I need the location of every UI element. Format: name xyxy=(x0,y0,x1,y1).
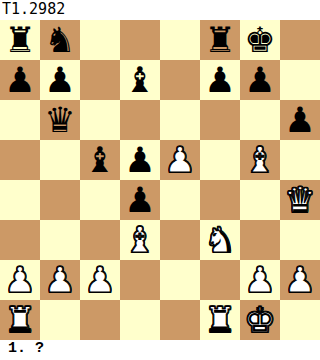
square-a2[interactable]: ♟ xyxy=(0,260,40,300)
square-g5[interactable]: ♝ xyxy=(240,140,280,180)
chess-board: ♜♞♜♚♟♟♝♟♟♛♟♝♟♟♝♟♛♝♞♟♟♟♟♟♜♜♚ xyxy=(0,20,320,340)
piece-white-pawn: ♟ xyxy=(44,260,75,300)
piece-white-knight: ♞ xyxy=(204,220,235,260)
square-f5[interactable] xyxy=(200,140,240,180)
square-g4[interactable] xyxy=(240,180,280,220)
square-h3[interactable] xyxy=(280,220,320,260)
square-e5[interactable]: ♟ xyxy=(160,140,200,180)
piece-black-king: ♚ xyxy=(244,20,275,60)
square-e7[interactable] xyxy=(160,60,200,100)
square-g2[interactable]: ♟ xyxy=(240,260,280,300)
piece-black-bishop: ♝ xyxy=(124,60,155,100)
square-h8[interactable] xyxy=(280,20,320,60)
piece-white-pawn: ♟ xyxy=(4,260,35,300)
square-a8[interactable]: ♜ xyxy=(0,20,40,60)
square-g3[interactable] xyxy=(240,220,280,260)
square-f6[interactable] xyxy=(200,100,240,140)
square-d4[interactable]: ♟ xyxy=(120,180,160,220)
square-f2[interactable] xyxy=(200,260,240,300)
piece-black-pawn: ♟ xyxy=(244,60,275,100)
piece-white-pawn: ♟ xyxy=(284,260,315,300)
square-h1[interactable] xyxy=(280,300,320,340)
puzzle-id-label: T1.2982 xyxy=(0,0,320,20)
square-d8[interactable] xyxy=(120,20,160,60)
piece-white-king: ♚ xyxy=(244,300,275,340)
square-a1[interactable]: ♜ xyxy=(0,300,40,340)
square-d7[interactable]: ♝ xyxy=(120,60,160,100)
piece-white-bishop: ♝ xyxy=(124,220,155,260)
square-e4[interactable] xyxy=(160,180,200,220)
square-e1[interactable] xyxy=(160,300,200,340)
square-a6[interactable] xyxy=(0,100,40,140)
square-f4[interactable] xyxy=(200,180,240,220)
square-c8[interactable] xyxy=(80,20,120,60)
piece-black-rook: ♜ xyxy=(204,20,235,60)
square-b6[interactable]: ♛ xyxy=(40,100,80,140)
chess-puzzle-app: T1.2982 ♜♞♜♚♟♟♝♟♟♛♟♝♟♟♝♟♛♝♞♟♟♟♟♟♜♜♚ 1. ? xyxy=(0,0,320,360)
square-e8[interactable] xyxy=(160,20,200,60)
square-h7[interactable] xyxy=(280,60,320,100)
square-e3[interactable] xyxy=(160,220,200,260)
square-d3[interactable]: ♝ xyxy=(120,220,160,260)
piece-black-pawn: ♟ xyxy=(4,60,35,100)
piece-white-rook: ♜ xyxy=(204,300,235,340)
square-f3[interactable]: ♞ xyxy=(200,220,240,260)
piece-black-pawn: ♟ xyxy=(284,100,315,140)
square-c4[interactable] xyxy=(80,180,120,220)
square-b5[interactable] xyxy=(40,140,80,180)
square-f7[interactable]: ♟ xyxy=(200,60,240,100)
square-d6[interactable] xyxy=(120,100,160,140)
piece-black-pawn: ♟ xyxy=(204,60,235,100)
square-c3[interactable] xyxy=(80,220,120,260)
piece-white-pawn: ♟ xyxy=(244,260,275,300)
piece-white-pawn: ♟ xyxy=(84,260,115,300)
square-f8[interactable]: ♜ xyxy=(200,20,240,60)
piece-black-pawn: ♟ xyxy=(44,60,75,100)
piece-white-queen: ♛ xyxy=(284,180,315,220)
square-b3[interactable] xyxy=(40,220,80,260)
square-h4[interactable]: ♛ xyxy=(280,180,320,220)
square-g8[interactable]: ♚ xyxy=(240,20,280,60)
square-b1[interactable] xyxy=(40,300,80,340)
square-d5[interactable]: ♟ xyxy=(120,140,160,180)
square-b8[interactable]: ♞ xyxy=(40,20,80,60)
square-c6[interactable] xyxy=(80,100,120,140)
square-g6[interactable] xyxy=(240,100,280,140)
square-e2[interactable] xyxy=(160,260,200,300)
piece-black-pawn: ♟ xyxy=(124,180,155,220)
square-a5[interactable] xyxy=(0,140,40,180)
square-b7[interactable]: ♟ xyxy=(40,60,80,100)
square-a3[interactable] xyxy=(0,220,40,260)
square-d2[interactable] xyxy=(120,260,160,300)
square-c2[interactable]: ♟ xyxy=(80,260,120,300)
piece-white-rook: ♜ xyxy=(4,300,35,340)
piece-black-bishop: ♝ xyxy=(84,140,115,180)
square-g7[interactable]: ♟ xyxy=(240,60,280,100)
piece-black-queen: ♛ xyxy=(44,100,75,140)
square-h5[interactable] xyxy=(280,140,320,180)
square-a7[interactable]: ♟ xyxy=(0,60,40,100)
square-a4[interactable] xyxy=(0,180,40,220)
square-f1[interactable]: ♜ xyxy=(200,300,240,340)
piece-black-knight: ♞ xyxy=(44,20,75,60)
piece-white-bishop: ♝ xyxy=(244,140,275,180)
square-c5[interactable]: ♝ xyxy=(80,140,120,180)
square-g1[interactable]: ♚ xyxy=(240,300,280,340)
square-e6[interactable] xyxy=(160,100,200,140)
piece-black-rook: ♜ xyxy=(4,20,35,60)
square-h6[interactable]: ♟ xyxy=(280,100,320,140)
piece-white-pawn: ♟ xyxy=(164,140,195,180)
square-c1[interactable] xyxy=(80,300,120,340)
piece-black-pawn: ♟ xyxy=(124,140,155,180)
move-prompt: 1. ? xyxy=(0,340,320,360)
square-c7[interactable] xyxy=(80,60,120,100)
square-h2[interactable]: ♟ xyxy=(280,260,320,300)
square-d1[interactable] xyxy=(120,300,160,340)
square-b4[interactable] xyxy=(40,180,80,220)
square-b2[interactable]: ♟ xyxy=(40,260,80,300)
